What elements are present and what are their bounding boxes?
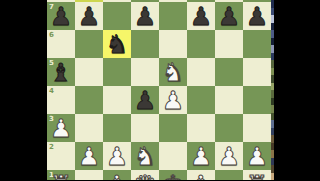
square-b1[interactable] [75,170,103,180]
rank-label-4: 4 [49,87,54,95]
square-d4[interactable]: ♟ [131,86,159,114]
sidebar-strip [271,0,274,180]
piece-black-knight-c6[interactable]: ♞ [103,30,131,58]
square-f3[interactable] [187,114,215,142]
square-c6[interactable]: ♞ [103,30,131,58]
strip-segment-10 [271,75,274,83]
strip-segment-7 [271,53,274,61]
square-g5[interactable] [215,58,243,86]
strip-segment-18 [271,135,274,143]
rank-label-2: 2 [49,143,54,151]
square-h3[interactable] [243,114,271,142]
strip-segment-20 [271,150,274,158]
square-h1[interactable]: ♜ [243,170,271,180]
square-f2[interactable]: ♟ [187,142,215,170]
piece-white-bishop-f1[interactable]: ♝ [187,170,215,180]
square-b2[interactable]: ♟ [75,142,103,170]
square-g3[interactable] [215,114,243,142]
square-a1[interactable]: 1♜ [47,170,75,180]
square-g1[interactable] [215,170,243,180]
strip-segment-5 [271,38,274,46]
piece-white-pawn-a3[interactable]: ♟ [47,114,75,142]
piece-white-rook-a1[interactable]: ♜ [47,170,75,180]
square-g4[interactable] [215,86,243,114]
strip-segment-23 [271,173,274,181]
square-f6[interactable] [187,30,215,58]
square-e3[interactable] [159,114,187,142]
strip-segment-13 [271,98,274,106]
square-c4[interactable] [103,86,131,114]
square-a5[interactable]: 5♝ [47,58,75,86]
square-g6[interactable] [215,30,243,58]
piece-white-pawn-g2[interactable]: ♟ [215,142,243,170]
square-d1[interactable]: ♛ [131,170,159,180]
strip-segment-22 [271,165,274,173]
strip-segment-21 [271,158,274,166]
rank-label-6: 6 [49,31,54,39]
piece-black-pawn-b7[interactable]: ♟ [75,2,103,30]
piece-white-rook-h1[interactable]: ♜ [243,170,271,180]
square-e7[interactable] [159,2,187,30]
square-h5[interactable] [243,58,271,86]
square-e6[interactable] [159,30,187,58]
strip-segment-4 [271,30,274,38]
square-a6[interactable]: 6 [47,30,75,58]
square-b3[interactable] [75,114,103,142]
strip-segment-19 [271,143,274,151]
strip-segment-1 [271,8,274,16]
strip-segment-15 [271,113,274,121]
square-c2[interactable]: ♟ [103,142,131,170]
piece-white-pawn-h2[interactable]: ♟ [243,142,271,170]
piece-black-pawn-f7[interactable]: ♟ [187,2,215,30]
strip-segment-12 [271,90,274,98]
piece-white-bishop-c1[interactable]: ♝ [103,170,131,180]
strip-segment-0 [271,0,274,8]
strip-segment-9 [271,68,274,76]
square-c3[interactable] [103,114,131,142]
strip-segment-16 [271,120,274,128]
screenshot-stage: 7♟♟♟♟♟♟6♞5♝♞4♟♟3♟2♟♟♞♟♟♟1♜♝♛♚♝♜ [0,0,320,180]
square-e5[interactable]: ♞ [159,58,187,86]
square-a4[interactable]: 4 [47,86,75,114]
square-f5[interactable] [187,58,215,86]
square-c7[interactable] [103,2,131,30]
square-e1[interactable]: ♚ [159,170,187,180]
piece-black-bishop-a5[interactable]: ♝ [47,58,75,86]
square-h7[interactable]: ♟ [243,2,271,30]
square-d3[interactable] [131,114,159,142]
square-c1[interactable]: ♝ [103,170,131,180]
piece-white-pawn-f2[interactable]: ♟ [187,142,215,170]
chess-board[interactable]: 7♟♟♟♟♟♟6♞5♝♞4♟♟3♟2♟♟♞♟♟♟1♜♝♛♚♝♜ [47,0,271,180]
piece-black-pawn-g7[interactable]: ♟ [215,2,243,30]
square-e4[interactable]: ♟ [159,86,187,114]
strip-segment-14 [271,105,274,113]
square-c5[interactable] [103,58,131,86]
strip-segment-2 [271,15,274,23]
square-g2[interactable]: ♟ [215,142,243,170]
piece-white-knight-d2[interactable]: ♞ [131,142,159,170]
piece-white-knight-e5[interactable]: ♞ [159,58,187,86]
square-h6[interactable] [243,30,271,58]
piece-black-pawn-d4[interactable]: ♟ [131,86,159,114]
square-b6[interactable] [75,30,103,58]
piece-white-king-e1[interactable]: ♚ [159,170,187,180]
square-b4[interactable] [75,86,103,114]
square-e2[interactable] [159,142,187,170]
square-a3[interactable]: 3♟ [47,114,75,142]
piece-white-pawn-c2[interactable]: ♟ [103,142,131,170]
square-f7[interactable]: ♟ [187,2,215,30]
strip-segment-17 [271,128,274,136]
piece-black-pawn-a7[interactable]: ♟ [47,2,75,30]
square-d2[interactable]: ♞ [131,142,159,170]
square-h2[interactable]: ♟ [243,142,271,170]
square-b7[interactable]: ♟ [75,2,103,30]
strip-segment-8 [271,60,274,68]
square-f1[interactable]: ♝ [187,170,215,180]
piece-white-pawn-b2[interactable]: ♟ [75,142,103,170]
square-g7[interactable]: ♟ [215,2,243,30]
strip-segment-11 [271,83,274,91]
square-f4[interactable] [187,86,215,114]
piece-white-queen-d1[interactable]: ♛ [131,170,159,180]
square-a7[interactable]: 7♟ [47,2,75,30]
square-h4[interactable] [243,86,271,114]
square-d6[interactable] [131,30,159,58]
square-d7[interactable]: ♟ [131,2,159,30]
strip-segment-3 [271,23,274,31]
piece-white-pawn-e4[interactable]: ♟ [159,86,187,114]
piece-black-pawn-h7[interactable]: ♟ [243,2,271,30]
strip-segment-6 [271,45,274,53]
square-b5[interactable] [75,58,103,86]
piece-black-pawn-d7[interactable]: ♟ [131,2,159,30]
square-a2[interactable]: 2 [47,142,75,170]
square-d5[interactable] [131,58,159,86]
